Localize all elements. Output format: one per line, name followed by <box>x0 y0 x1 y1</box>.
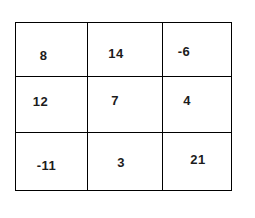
cell-r2c2: 21 <box>163 133 231 190</box>
cell-value: -11 <box>37 158 57 173</box>
number-grid: 8 14 -6 12 7 4 -11 3 21 <box>15 22 232 191</box>
cell-r0c2: -6 <box>163 23 231 77</box>
cell-r1c1: 7 <box>88 77 163 133</box>
cell-value: 12 <box>33 94 48 109</box>
cell-r2c1: 3 <box>88 133 163 190</box>
cell-value: 21 <box>190 152 205 167</box>
cell-value: 3 <box>117 155 125 170</box>
cell-r1c0: 12 <box>16 77 88 133</box>
cell-value: 14 <box>108 46 123 61</box>
cell-value: 4 <box>183 93 191 108</box>
page: 8 14 -6 12 7 4 -11 3 21 <box>0 0 255 218</box>
cell-value: -6 <box>178 44 191 59</box>
cell-r1c2: 4 <box>163 77 231 133</box>
cell-r0c1: 14 <box>88 23 163 77</box>
cell-value: 8 <box>40 48 48 63</box>
cell-value: 7 <box>111 93 119 108</box>
cell-r0c0: 8 <box>16 23 88 77</box>
cell-r2c0: -11 <box>16 133 88 190</box>
